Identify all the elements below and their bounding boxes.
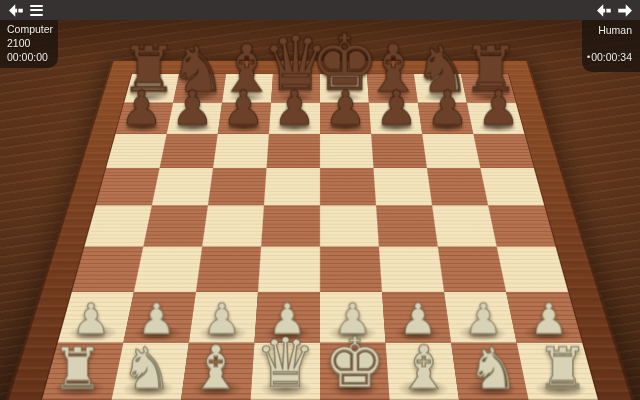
square-e4[interactable] (320, 205, 379, 246)
square-b1[interactable]: ♞ (112, 343, 189, 400)
square-h4[interactable] (488, 205, 555, 246)
square-b7[interactable]: ♟ (167, 103, 222, 134)
computer-player-panel: Computer 2100 00:00:00 (0, 20, 58, 68)
square-f5[interactable] (373, 168, 432, 205)
square-h1[interactable]: ♜ (517, 343, 598, 400)
square-e5[interactable] (320, 168, 376, 205)
menu-bars (30, 5, 43, 16)
square-h3[interactable] (497, 247, 569, 293)
square-f3[interactable] (379, 247, 444, 293)
square-d3[interactable] (258, 247, 320, 293)
piece-white-pawn-b2[interactable]: ♟ (137, 298, 175, 341)
square-g3[interactable] (438, 247, 506, 293)
chess-board: ♜♞♝♛♚♝♞♜♟♟♟♟♟♟♟♟♟♟♟♟♟♟♟♟♜♞♝♛♚♝♞♜ (42, 74, 598, 400)
piece-white-king-e1[interactable]: ♚ (324, 328, 386, 397)
piece-white-rook-h1[interactable]: ♜ (537, 340, 588, 397)
square-e6[interactable] (320, 134, 373, 168)
menu-icon[interactable] (26, 2, 46, 18)
square-b4[interactable] (143, 205, 208, 246)
piece-white-pawn-g2[interactable]: ♟ (464, 298, 502, 341)
piece-black-pawn-d7[interactable]: ♟ (273, 85, 316, 133)
human-name: Human (582, 23, 632, 37)
square-b3[interactable] (134, 247, 202, 293)
computer-rating: 2100 (7, 36, 58, 50)
square-g1[interactable]: ♞ (451, 343, 528, 400)
square-e7[interactable]: ♟ (320, 103, 371, 134)
square-d5[interactable] (264, 168, 320, 205)
square-d1[interactable]: ♛ (251, 343, 320, 400)
piece-black-pawn-b7[interactable]: ♟ (171, 85, 214, 133)
back-arrow-icon[interactable] (6, 2, 26, 18)
square-c4[interactable] (202, 205, 264, 246)
square-f1[interactable]: ♝ (386, 343, 459, 400)
square-h5[interactable] (480, 168, 544, 205)
piece-white-bishop-c1[interactable]: ♝ (189, 337, 243, 397)
square-g7[interactable]: ♟ (418, 103, 473, 134)
square-g4[interactable] (432, 205, 497, 246)
square-c7[interactable]: ♟ (218, 103, 271, 134)
chess-app-viewport: ♜♞♝♛♚♝♞♜♟♟♟♟♟♟♟♟♟♟♟♟♟♟♟♟♜♞♝♛♚♝♞♜ Compute… (0, 0, 640, 400)
square-g6[interactable] (422, 134, 480, 168)
piece-black-pawn-c7[interactable]: ♟ (222, 85, 265, 133)
square-c1[interactable]: ♝ (181, 343, 254, 400)
next-move-icon[interactable] (614, 2, 634, 18)
square-a1[interactable]: ♜ (42, 343, 123, 400)
square-e1[interactable]: ♚ (320, 343, 389, 400)
piece-white-rook-a1[interactable]: ♜ (52, 340, 103, 397)
square-h7[interactable]: ♟ (467, 103, 525, 134)
human-panel-spacer (582, 37, 632, 50)
square-c5[interactable] (208, 168, 267, 205)
square-h6[interactable] (473, 134, 534, 168)
square-a7[interactable]: ♟ (116, 103, 174, 134)
square-e3[interactable] (320, 247, 382, 293)
piece-white-pawn-a2[interactable]: ♟ (72, 298, 110, 341)
computer-clock: 00:00:00 (7, 50, 58, 64)
piece-black-pawn-f7[interactable]: ♟ (375, 85, 418, 133)
previous-move-icon[interactable] (594, 2, 614, 18)
square-b5[interactable] (152, 168, 213, 205)
human-player-panel: Human •00:00:34 (582, 20, 640, 72)
square-c3[interactable] (196, 247, 261, 293)
square-a5[interactable] (96, 168, 160, 205)
square-a4[interactable] (84, 205, 151, 246)
piece-white-knight-g1[interactable]: ♞ (468, 340, 519, 397)
top-toolbar (0, 0, 640, 20)
square-d7[interactable]: ♟ (269, 103, 320, 134)
square-d6[interactable] (267, 134, 320, 168)
piece-black-pawn-e7[interactable]: ♟ (324, 85, 367, 133)
piece-black-pawn-g7[interactable]: ♟ (426, 85, 469, 133)
square-f4[interactable] (376, 205, 438, 246)
human-clock-time: 00:00:34 (591, 51, 632, 63)
piece-white-pawn-h2[interactable]: ♟ (530, 298, 568, 341)
active-clock-dot: • (587, 52, 590, 62)
piece-white-bishop-f1[interactable]: ♝ (397, 337, 451, 397)
square-b6[interactable] (160, 134, 218, 168)
piece-black-pawn-h7[interactable]: ♟ (477, 85, 520, 133)
board-frame: ♜♞♝♛♚♝♞♜♟♟♟♟♟♟♟♟♟♟♟♟♟♟♟♟♜♞♝♛♚♝♞♜ (0, 60, 640, 400)
human-clock: •00:00:34 (582, 50, 632, 64)
square-g5[interactable] (427, 168, 488, 205)
piece-white-knight-b1[interactable]: ♞ (121, 340, 172, 397)
square-a6[interactable] (106, 134, 167, 168)
piece-black-pawn-a7[interactable]: ♟ (120, 85, 163, 133)
square-f6[interactable] (371, 134, 427, 168)
square-a3[interactable] (72, 247, 144, 293)
square-c6[interactable] (213, 134, 269, 168)
square-d4[interactable] (261, 205, 320, 246)
piece-white-queen-d1[interactable]: ♛ (255, 329, 316, 397)
square-f7[interactable]: ♟ (369, 103, 422, 134)
computer-name: Computer (7, 22, 58, 36)
